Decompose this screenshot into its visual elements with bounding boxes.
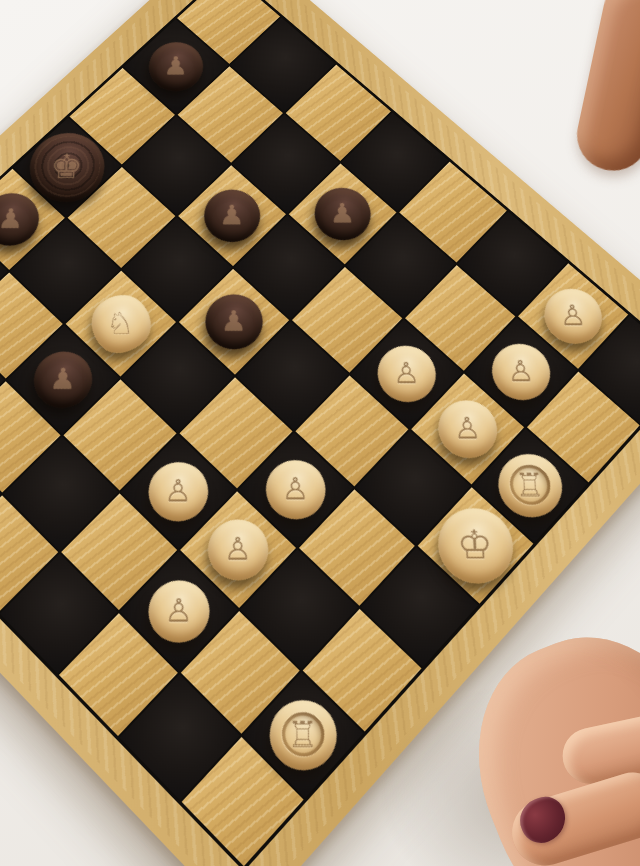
dark-king-glyph: ♚ bbox=[50, 150, 84, 184]
white-pawn-glyph: ♙ bbox=[507, 357, 536, 386]
dark-pawn-glyph: ♟ bbox=[0, 205, 24, 232]
white-pawn-glyph: ♙ bbox=[453, 413, 482, 443]
dark-pawn-glyph: ♟ bbox=[329, 200, 356, 227]
white-pawn-glyph: ♙ bbox=[559, 301, 588, 329]
white-knight-glyph: ♘ bbox=[106, 308, 135, 338]
white-pawn-glyph: ♙ bbox=[224, 533, 252, 564]
dark-pawn-glyph: ♟ bbox=[49, 364, 77, 393]
dark-pawn-glyph: ♟ bbox=[163, 53, 188, 78]
white-pawn-glyph: ♙ bbox=[165, 595, 194, 627]
dark-pawn-glyph: ♟ bbox=[221, 307, 248, 335]
white-pawn-glyph: ♙ bbox=[282, 474, 310, 505]
white-rook-glyph: ♖ bbox=[288, 716, 319, 752]
white-king-glyph: ♔ bbox=[457, 525, 494, 565]
white-pawn-glyph: ♙ bbox=[393, 359, 421, 388]
white-pawn-glyph: ♙ bbox=[164, 476, 192, 507]
dark-pawn-glyph: ♟ bbox=[219, 202, 245, 229]
photo-scene: ♙♟♟♙♟♙♙♖♚♟♔♟♘♙♟♙♙♙♖ bbox=[0, 0, 640, 866]
white-rook-glyph: ♖ bbox=[514, 469, 545, 502]
fingertip-top-right bbox=[570, 0, 640, 177]
